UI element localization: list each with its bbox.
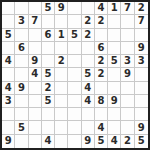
cell-r2c3[interactable]: 7 [29, 15, 42, 28]
cell-r3c3[interactable] [29, 29, 42, 42]
cell-r2c8[interactable]: 2 [95, 15, 108, 28]
cell-r6c6[interactable] [68, 68, 81, 81]
cell-r10c9[interactable] [108, 121, 121, 134]
cell-r7c6[interactable] [68, 82, 81, 95]
cell-r2c10[interactable] [121, 15, 134, 28]
cell-r7c1[interactable]: 4 [2, 82, 15, 95]
cell-r10c2[interactable]: 5 [15, 121, 28, 134]
cell-r5c5[interactable]: 2 [55, 55, 68, 68]
cell-r7c11[interactable] [135, 82, 148, 95]
cell-r3c10[interactable] [121, 29, 134, 42]
cell-r1c1[interactable] [2, 2, 15, 15]
cell-r11c2[interactable] [15, 135, 28, 148]
cell-r5c7[interactable] [82, 55, 95, 68]
cell-r8c1[interactable]: 3 [2, 95, 15, 108]
cell-r10c8[interactable]: 4 [95, 121, 108, 134]
cell-r7c9[interactable] [108, 82, 121, 95]
cell-r5c8[interactable]: 2 [95, 55, 108, 68]
cell-r5c1[interactable]: 4 [2, 55, 15, 68]
cell-r3c6[interactable]: 5 [68, 29, 81, 42]
cell-r2c4[interactable] [42, 15, 55, 28]
cell-r4c8[interactable]: 6 [95, 42, 108, 55]
cell-r1c11[interactable]: 2 [135, 2, 148, 15]
cell-r1c3[interactable] [29, 2, 42, 15]
cell-r1c10[interactable]: 7 [121, 2, 134, 15]
cell-r8c5[interactable] [55, 95, 68, 108]
cell-r5c2[interactable] [15, 55, 28, 68]
cell-r8c4[interactable]: 5 [42, 95, 55, 108]
cell-r10c5[interactable] [55, 121, 68, 134]
cell-r9c7[interactable] [82, 108, 95, 121]
cell-r1c8[interactable]: 4 [95, 2, 108, 15]
cell-r9c4[interactable] [42, 108, 55, 121]
cell-r7c10[interactable] [121, 82, 134, 95]
cell-r11c6[interactable] [68, 135, 81, 148]
cell-r5c4[interactable] [42, 55, 55, 68]
cell-r9c9[interactable] [108, 108, 121, 121]
cell-r3c7[interactable]: 2 [82, 29, 95, 42]
cell-r2c1[interactable] [2, 15, 15, 28]
cell-r4c5[interactable] [55, 42, 68, 55]
cell-r8c2[interactable] [15, 95, 28, 108]
cell-r4c6[interactable] [68, 42, 81, 55]
cell-r1c6[interactable] [68, 2, 81, 15]
cell-r1c9[interactable]: 1 [108, 2, 121, 15]
sudoku-board: 5941723722756152669492253345529492435489… [0, 0, 150, 150]
cell-r4c2[interactable]: 6 [15, 42, 28, 55]
cell-r6c2[interactable] [15, 68, 28, 81]
cell-r11c9[interactable]: 4 [108, 135, 121, 148]
cell-r4c10[interactable] [121, 42, 134, 55]
cell-r3c2[interactable] [15, 29, 28, 42]
cell-r11c8[interactable]: 5 [95, 135, 108, 148]
cell-r9c2[interactable] [15, 108, 28, 121]
cell-r8c9[interactable]: 9 [108, 95, 121, 108]
cell-r3c11[interactable] [135, 29, 148, 42]
cell-r3c5[interactable]: 1 [55, 29, 68, 42]
cell-r8c8[interactable]: 8 [95, 95, 108, 108]
cell-r7c8[interactable] [95, 82, 108, 95]
cell-r8c6[interactable] [68, 95, 81, 108]
cell-r9c6[interactable] [68, 108, 81, 121]
cell-r9c5[interactable] [55, 108, 68, 121]
cell-r11c10[interactable]: 2 [121, 135, 134, 148]
cell-r1c7[interactable] [82, 2, 95, 15]
cell-r2c11[interactable]: 7 [135, 15, 148, 28]
cell-r3c1[interactable]: 5 [2, 29, 15, 42]
cell-r2c2[interactable]: 3 [15, 15, 28, 28]
cell-r6c8[interactable]: 2 [95, 68, 108, 81]
cell-r10c4[interactable] [42, 121, 55, 134]
cell-r7c3[interactable] [29, 82, 42, 95]
cell-r8c3[interactable] [29, 95, 42, 108]
cell-r4c1[interactable] [2, 42, 15, 55]
cell-r6c1[interactable] [2, 68, 15, 81]
cell-r7c5[interactable] [55, 82, 68, 95]
cell-r6c10[interactable]: 9 [121, 68, 134, 81]
cell-r1c4[interactable]: 5 [42, 2, 55, 15]
cell-r11c4[interactable]: 4 [42, 135, 55, 148]
cell-r11c5[interactable] [55, 135, 68, 148]
cell-r10c10[interactable] [121, 121, 134, 134]
cell-r6c5[interactable] [55, 68, 68, 81]
cell-r2c5[interactable] [55, 15, 68, 28]
cell-r3c9[interactable] [108, 29, 121, 42]
cell-r4c4[interactable] [42, 42, 55, 55]
cell-r4c11[interactable]: 9 [135, 42, 148, 55]
cell-r11c7[interactable]: 9 [82, 135, 95, 148]
cell-r11c3[interactable] [29, 135, 42, 148]
cell-r8c10[interactable] [121, 95, 134, 108]
cell-r8c7[interactable]: 4 [82, 95, 95, 108]
cell-r9c8[interactable] [95, 108, 108, 121]
cell-r7c2[interactable]: 9 [15, 82, 28, 95]
cell-r6c11[interactable] [135, 68, 148, 81]
cell-r10c1[interactable] [2, 121, 15, 134]
cell-r3c8[interactable] [95, 29, 108, 42]
cell-r11c11[interactable]: 5 [135, 135, 148, 148]
cell-r6c3[interactable]: 4 [29, 68, 42, 81]
cell-r5c3[interactable]: 9 [29, 55, 42, 68]
cell-r4c3[interactable] [29, 42, 42, 55]
cell-r2c6[interactable] [68, 15, 81, 28]
cell-r11c1[interactable]: 9 [2, 135, 15, 148]
cell-r1c2[interactable] [15, 2, 28, 15]
cell-r5c10[interactable]: 3 [121, 55, 134, 68]
cell-r9c1[interactable] [2, 108, 15, 121]
cell-r8c11[interactable] [135, 95, 148, 108]
cell-r6c7[interactable]: 5 [82, 68, 95, 81]
cell-r5c11[interactable]: 3 [135, 55, 148, 68]
cell-r4c7[interactable] [82, 42, 95, 55]
cell-r10c6[interactable] [68, 121, 81, 134]
cell-r5c9[interactable]: 5 [108, 55, 121, 68]
cell-r7c7[interactable]: 4 [82, 82, 95, 95]
cell-r2c7[interactable]: 2 [82, 15, 95, 28]
cell-r9c11[interactable] [135, 108, 148, 121]
cell-r7c4[interactable]: 2 [42, 82, 55, 95]
cell-r9c3[interactable] [29, 108, 42, 121]
cell-r4c9[interactable] [108, 42, 121, 55]
cell-r5c6[interactable] [68, 55, 81, 68]
cell-r9c10[interactable] [121, 108, 134, 121]
cell-r2c9[interactable] [108, 15, 121, 28]
cell-r3c4[interactable]: 6 [42, 29, 55, 42]
cell-r10c11[interactable]: 9 [135, 121, 148, 134]
cell-r6c4[interactable]: 5 [42, 68, 55, 81]
cell-r1c5[interactable]: 9 [55, 2, 68, 15]
cell-r10c3[interactable] [29, 121, 42, 134]
cell-r6c9[interactable] [108, 68, 121, 81]
cell-r10c7[interactable] [82, 121, 95, 134]
